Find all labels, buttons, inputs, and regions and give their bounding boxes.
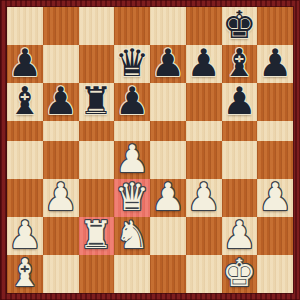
square-e5[interactable] bbox=[150, 121, 186, 141]
square-c6[interactable]: ♜ bbox=[79, 83, 115, 121]
square-e8[interactable] bbox=[150, 7, 186, 45]
square-d4[interactable]: ♟ bbox=[114, 141, 150, 179]
square-g1[interactable]: ♚ bbox=[222, 255, 258, 293]
square-e2[interactable] bbox=[150, 217, 186, 255]
square-c4[interactable] bbox=[79, 141, 115, 179]
square-f1[interactable] bbox=[186, 255, 222, 293]
piece-black-pawn[interactable]: ♟ bbox=[187, 44, 221, 82]
piece-white-king[interactable]: ♚ bbox=[222, 254, 256, 292]
square-b6[interactable]: ♟ bbox=[43, 83, 79, 121]
square-d6[interactable]: ♟ bbox=[114, 83, 150, 121]
square-e6[interactable] bbox=[150, 83, 186, 121]
square-e3[interactable]: ♟ bbox=[150, 179, 186, 217]
square-b8[interactable] bbox=[43, 7, 79, 45]
piece-black-king[interactable]: ♚ bbox=[222, 6, 256, 44]
square-g8[interactable]: ♚ bbox=[222, 7, 258, 45]
square-a2[interactable]: ♟ bbox=[7, 217, 43, 255]
square-b1[interactable] bbox=[43, 255, 79, 293]
piece-white-pawn[interactable]: ♟ bbox=[115, 140, 149, 178]
square-g3[interactable] bbox=[222, 179, 258, 217]
square-e4[interactable] bbox=[150, 141, 186, 179]
square-h2[interactable] bbox=[257, 217, 293, 255]
square-f7[interactable]: ♟ bbox=[186, 45, 222, 83]
piece-black-rook[interactable]: ♜ bbox=[79, 82, 113, 120]
square-h6[interactable] bbox=[257, 83, 293, 121]
square-a5[interactable] bbox=[7, 121, 43, 141]
square-c2[interactable]: ♜ bbox=[79, 217, 115, 255]
square-a1[interactable]: ♝ bbox=[7, 255, 43, 293]
square-d7[interactable]: ♛ bbox=[114, 45, 150, 83]
square-g2[interactable]: ♟ bbox=[222, 217, 258, 255]
piece-white-queen[interactable]: ♛ bbox=[115, 178, 149, 216]
piece-black-pawn[interactable]: ♟ bbox=[222, 82, 256, 120]
piece-white-pawn[interactable]: ♟ bbox=[187, 178, 221, 216]
square-b3[interactable]: ♟ bbox=[43, 179, 79, 217]
piece-white-pawn[interactable]: ♟ bbox=[151, 178, 185, 216]
square-g4[interactable] bbox=[222, 141, 258, 179]
piece-white-rook[interactable]: ♜ bbox=[79, 216, 113, 254]
board-frame: ♚♟♛♟♟♝♟♝♟♜♟♟♟♟♛♟♟♟♟♜♞♟♝♚ bbox=[0, 0, 300, 300]
square-c8[interactable] bbox=[79, 7, 115, 45]
square-c1[interactable] bbox=[79, 255, 115, 293]
piece-white-pawn[interactable]: ♟ bbox=[222, 216, 256, 254]
square-g5[interactable] bbox=[222, 121, 258, 141]
chess-board: ♚♟♛♟♟♝♟♝♟♜♟♟♟♟♛♟♟♟♟♜♞♟♝♚ bbox=[7, 7, 293, 293]
piece-black-pawn[interactable]: ♟ bbox=[151, 44, 185, 82]
square-h5[interactable] bbox=[257, 121, 293, 141]
square-a7[interactable]: ♟ bbox=[7, 45, 43, 83]
square-a8[interactable] bbox=[7, 7, 43, 45]
piece-white-knight[interactable]: ♞ bbox=[115, 216, 149, 254]
square-e1[interactable] bbox=[150, 255, 186, 293]
square-b2[interactable] bbox=[43, 217, 79, 255]
square-f3[interactable]: ♟ bbox=[186, 179, 222, 217]
square-d1[interactable] bbox=[114, 255, 150, 293]
piece-black-bishop[interactable]: ♝ bbox=[8, 82, 42, 120]
square-d8[interactable] bbox=[114, 7, 150, 45]
square-e7[interactable]: ♟ bbox=[150, 45, 186, 83]
square-h4[interactable] bbox=[257, 141, 293, 179]
piece-black-pawn[interactable]: ♟ bbox=[258, 44, 292, 82]
square-a3[interactable] bbox=[7, 179, 43, 217]
square-h1[interactable] bbox=[257, 255, 293, 293]
square-f6[interactable] bbox=[186, 83, 222, 121]
square-f2[interactable] bbox=[186, 217, 222, 255]
piece-black-pawn[interactable]: ♟ bbox=[115, 82, 149, 120]
square-g6[interactable]: ♟ bbox=[222, 83, 258, 121]
square-a6[interactable]: ♝ bbox=[7, 83, 43, 121]
piece-white-pawn[interactable]: ♟ bbox=[258, 178, 292, 216]
square-f4[interactable] bbox=[186, 141, 222, 179]
square-a4[interactable] bbox=[7, 141, 43, 179]
square-b4[interactable] bbox=[43, 141, 79, 179]
square-c5[interactable] bbox=[79, 121, 115, 141]
square-d3[interactable]: ♛ bbox=[114, 179, 150, 217]
piece-white-pawn[interactable]: ♟ bbox=[8, 216, 42, 254]
piece-white-bishop[interactable]: ♝ bbox=[8, 254, 42, 292]
piece-black-bishop[interactable]: ♝ bbox=[222, 44, 256, 82]
square-f5[interactable] bbox=[186, 121, 222, 141]
square-h7[interactable]: ♟ bbox=[257, 45, 293, 83]
square-b5[interactable] bbox=[43, 121, 79, 141]
square-c7[interactable] bbox=[79, 45, 115, 83]
square-c3[interactable] bbox=[79, 179, 115, 217]
square-d2[interactable]: ♞ bbox=[114, 217, 150, 255]
square-h3[interactable]: ♟ bbox=[257, 179, 293, 217]
square-f8[interactable] bbox=[186, 7, 222, 45]
piece-white-pawn[interactable]: ♟ bbox=[44, 178, 78, 216]
piece-black-queen[interactable]: ♛ bbox=[115, 44, 149, 82]
square-h8[interactable] bbox=[257, 7, 293, 45]
square-g7[interactable]: ♝ bbox=[222, 45, 258, 83]
piece-black-pawn[interactable]: ♟ bbox=[8, 44, 42, 82]
piece-black-pawn[interactable]: ♟ bbox=[44, 82, 78, 120]
square-b7[interactable] bbox=[43, 45, 79, 83]
